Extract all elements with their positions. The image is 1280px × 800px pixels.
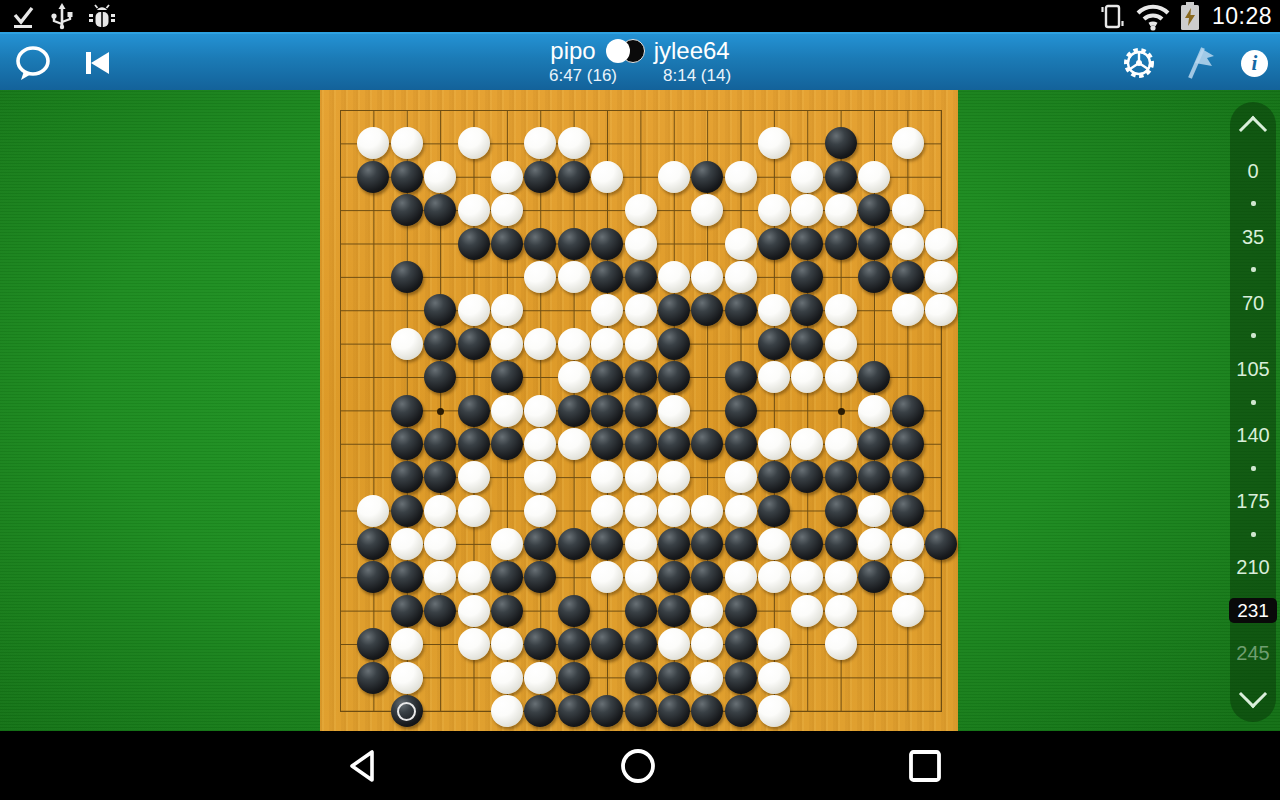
- download-done-icon: [10, 3, 37, 30]
- chevron-down-icon[interactable]: [1239, 680, 1267, 708]
- slider-move-label[interactable]: 105: [1236, 359, 1269, 379]
- black-stone: [625, 662, 657, 694]
- star-point: [838, 408, 845, 415]
- white-stone: [591, 461, 623, 493]
- white-stone: [825, 628, 857, 660]
- black-stone: [391, 461, 423, 493]
- white-stone: [558, 361, 590, 393]
- white-stone: [625, 561, 657, 593]
- white-stone: [725, 561, 757, 593]
- black-stone: [524, 528, 556, 560]
- white-stone: [524, 461, 556, 493]
- white-stone: [825, 561, 857, 593]
- black-stone: [391, 261, 423, 293]
- white-stone: [725, 461, 757, 493]
- last-move-marker: [397, 702, 416, 721]
- white-stone: [524, 428, 556, 460]
- usb-icon: [51, 3, 73, 30]
- black-stone: [725, 395, 757, 427]
- black-stone: [591, 628, 623, 660]
- white-stone: [625, 328, 657, 360]
- white-stone: [391, 662, 423, 694]
- black-stone: [791, 294, 823, 326]
- move-slider[interactable]: 0 35 70 105 140 175 210 231 245: [1230, 102, 1276, 722]
- white-stone: [758, 361, 790, 393]
- slider-move-label[interactable]: 35: [1242, 227, 1264, 247]
- white-stone: [858, 395, 890, 427]
- black-stone: [925, 528, 957, 560]
- white-stone: [391, 127, 423, 159]
- white-stone: [892, 294, 924, 326]
- black-stone: [558, 161, 590, 193]
- status-left-icons: [10, 3, 117, 30]
- black-stone: [424, 328, 456, 360]
- black-stone: [524, 161, 556, 193]
- black-stone: [625, 428, 657, 460]
- white-stone: [458, 628, 490, 660]
- black-stone: [725, 628, 757, 660]
- white-stone: [691, 662, 723, 694]
- black-stone: [524, 228, 556, 260]
- white-stone: [658, 495, 690, 527]
- black-stone: [558, 228, 590, 260]
- black-stone: [625, 261, 657, 293]
- black-stone: [591, 261, 623, 293]
- slider-tick: [1251, 267, 1256, 272]
- black-stone: [391, 395, 423, 427]
- black-stone: [791, 261, 823, 293]
- white-stone: [658, 628, 690, 660]
- wifi-icon: [1136, 3, 1170, 31]
- black-stone: [625, 628, 657, 660]
- white-stone: [691, 261, 723, 293]
- white-stone: [691, 194, 723, 226]
- black-white-stone-pair-icon: [606, 38, 644, 64]
- device-vibrate-icon: [1098, 3, 1126, 31]
- white-stone: [424, 561, 456, 593]
- white-stone: [925, 261, 957, 293]
- black-stone: [658, 662, 690, 694]
- white-stone: [758, 194, 790, 226]
- black-stone: [591, 228, 623, 260]
- black-stone: [625, 595, 657, 627]
- black-stone: [424, 595, 456, 627]
- black-stone: [858, 194, 890, 226]
- white-stone: [691, 628, 723, 660]
- black-stone: [658, 528, 690, 560]
- white-stone: [591, 294, 623, 326]
- home-icon[interactable]: [618, 746, 658, 786]
- black-stone: [725, 662, 757, 694]
- black-stone: [791, 228, 823, 260]
- black-stone: [658, 695, 690, 727]
- black-stone: [625, 395, 657, 427]
- black-stone: [625, 695, 657, 727]
- black-stone: [558, 628, 590, 660]
- white-stone: [524, 495, 556, 527]
- go-board[interactable]: [320, 90, 958, 731]
- skip-to-start-icon[interactable]: [80, 46, 114, 80]
- white-stone: [491, 294, 523, 326]
- black-stone: [658, 294, 690, 326]
- white-stone: [491, 194, 523, 226]
- board-grid: [340, 110, 942, 712]
- black-stone: [424, 428, 456, 460]
- chevron-up-icon[interactable]: [1239, 116, 1267, 144]
- white-stone: [658, 161, 690, 193]
- black-stone: [858, 561, 890, 593]
- black-stone: [491, 595, 523, 627]
- clock-time: 10:28: [1210, 3, 1272, 30]
- black-stone: [458, 395, 490, 427]
- white-player-name: jylee64: [654, 37, 730, 65]
- white-stone: [458, 561, 490, 593]
- white-stone: [625, 461, 657, 493]
- white-stone: [357, 127, 389, 159]
- black-stone: [725, 428, 757, 460]
- black-stone: [658, 361, 690, 393]
- white-stone: [858, 495, 890, 527]
- black-stone: [791, 328, 823, 360]
- current-move-badge[interactable]: 231: [1229, 598, 1277, 623]
- black-stone: [892, 495, 924, 527]
- slider-move-label[interactable]: 175: [1236, 491, 1269, 511]
- status-right-icons: 10:28: [1098, 2, 1272, 31]
- black-stone: [524, 561, 556, 593]
- black-player-name: pipo: [550, 37, 595, 65]
- black-stone: [825, 528, 857, 560]
- navigation-bar: [0, 731, 1280, 800]
- white-stone: [524, 328, 556, 360]
- black-stone: [391, 428, 423, 460]
- white-stone: [825, 595, 857, 627]
- white-stone: [458, 194, 490, 226]
- white-stone: [758, 528, 790, 560]
- white-stone: [892, 595, 924, 627]
- black-stone: [825, 127, 857, 159]
- black-stone: [691, 161, 723, 193]
- black-stone: [357, 161, 389, 193]
- white-stone: [491, 161, 523, 193]
- status-bar: 10:28: [0, 0, 1280, 32]
- white-stone: [791, 161, 823, 193]
- black-stone: [758, 495, 790, 527]
- white-stone: [458, 461, 490, 493]
- white-stone: [424, 495, 456, 527]
- black-stone: [825, 461, 857, 493]
- black-stone: [858, 428, 890, 460]
- chat-bubble-icon[interactable]: [12, 42, 54, 84]
- slider-move-label[interactable]: 70: [1242, 293, 1264, 313]
- black-stone: [424, 294, 456, 326]
- white-stone: [758, 695, 790, 727]
- white-stone: [491, 695, 523, 727]
- black-stone: [858, 261, 890, 293]
- black-stone: [524, 695, 556, 727]
- black-stone: [892, 428, 924, 460]
- black-stone: [691, 561, 723, 593]
- black-stone: [725, 595, 757, 627]
- black-stone: [391, 495, 423, 527]
- black-stone: [524, 628, 556, 660]
- game-title: pipo jylee64 6:47 (16) 8:14 (14): [0, 34, 1280, 90]
- white-player-clock: 8:14 (14): [663, 66, 731, 86]
- black-stone: [357, 528, 389, 560]
- debug-bug-icon: [87, 3, 117, 30]
- black-stone: [791, 461, 823, 493]
- black-stone: [424, 461, 456, 493]
- black-stone: [357, 628, 389, 660]
- white-stone: [791, 561, 823, 593]
- white-stone: [625, 528, 657, 560]
- white-stone: [858, 528, 890, 560]
- slider-tick: [1251, 400, 1256, 405]
- white-stone: [524, 662, 556, 694]
- white-stone: [491, 528, 523, 560]
- black-player-clock: 6:47 (16): [549, 66, 617, 86]
- white-stone: [524, 395, 556, 427]
- white-stone: [858, 161, 890, 193]
- settings-gear-icon[interactable]: [1121, 45, 1157, 81]
- black-stone: [658, 328, 690, 360]
- white-stone: [658, 461, 690, 493]
- black-stone: [658, 428, 690, 460]
- black-stone: [458, 428, 490, 460]
- white-stone: [591, 561, 623, 593]
- black-stone: [558, 528, 590, 560]
- white-stone: [625, 495, 657, 527]
- black-stone: [424, 194, 456, 226]
- white-stone: [491, 662, 523, 694]
- black-stone: [691, 428, 723, 460]
- white-stone: [391, 328, 423, 360]
- white-stone: [458, 495, 490, 527]
- black-stone: [658, 595, 690, 627]
- white-stone: [391, 528, 423, 560]
- white-stone: [925, 294, 957, 326]
- black-stone: [458, 328, 490, 360]
- black-stone: [825, 228, 857, 260]
- white-stone: [591, 161, 623, 193]
- white-stone: [758, 662, 790, 694]
- white-stone: [725, 495, 757, 527]
- black-stone: [391, 561, 423, 593]
- black-stone: [892, 461, 924, 493]
- white-stone: [591, 495, 623, 527]
- black-stone: [591, 395, 623, 427]
- slider-move-label[interactable]: 210: [1236, 557, 1269, 577]
- black-stone: [758, 328, 790, 360]
- white-stone: [825, 328, 857, 360]
- white-stone: [925, 228, 957, 260]
- black-stone: [491, 361, 523, 393]
- slider-move-label[interactable]: 0: [1247, 161, 1258, 181]
- white-stone: [391, 628, 423, 660]
- white-stone: [892, 127, 924, 159]
- black-stone: [491, 228, 523, 260]
- white-stone: [758, 628, 790, 660]
- star-point: [437, 408, 444, 415]
- white-stone: [658, 395, 690, 427]
- white-stone: [458, 595, 490, 627]
- black-stone: [391, 194, 423, 226]
- black-stone: [625, 361, 657, 393]
- slider-tick: [1251, 532, 1256, 537]
- white-stone: [791, 428, 823, 460]
- info-icon[interactable]: i: [1241, 50, 1268, 77]
- white-stone: [625, 294, 657, 326]
- white-stone: [725, 228, 757, 260]
- slider-tick: [1251, 466, 1256, 471]
- white-stone: [658, 261, 690, 293]
- black-stone: [357, 662, 389, 694]
- black-stone: [725, 528, 757, 560]
- black-stone: [825, 495, 857, 527]
- white-stone: [758, 127, 790, 159]
- white-stone: [458, 294, 490, 326]
- white-stone: [625, 194, 657, 226]
- white-stone: [892, 228, 924, 260]
- black-stone: [858, 228, 890, 260]
- black-stone: [691, 528, 723, 560]
- black-stone: [391, 161, 423, 193]
- black-stone: [357, 561, 389, 593]
- black-stone: [725, 695, 757, 727]
- black-stone: [558, 662, 590, 694]
- black-stone: [391, 595, 423, 627]
- white-stone: [524, 127, 556, 159]
- black-stone: [892, 261, 924, 293]
- android-screen: { "game": "go", "status_bar": { "time": …: [0, 0, 1280, 800]
- app-bar: pipo jylee64 6:47 (16) 8:14 (14): [0, 32, 1280, 90]
- black-stone: [691, 294, 723, 326]
- white-stone: [591, 328, 623, 360]
- white-stone: [758, 294, 790, 326]
- black-stone: [825, 161, 857, 193]
- white-stone: [725, 261, 757, 293]
- black-stone: [591, 428, 623, 460]
- black-stone: [691, 695, 723, 727]
- white-stone: [791, 595, 823, 627]
- black-stone: [858, 461, 890, 493]
- black-stone: [892, 395, 924, 427]
- white-stone: [625, 228, 657, 260]
- white-stone: [758, 428, 790, 460]
- white-stone: [424, 161, 456, 193]
- black-stone: [791, 528, 823, 560]
- black-stone: [491, 561, 523, 593]
- white-stone: [791, 361, 823, 393]
- white-stone: [491, 628, 523, 660]
- white-stone: [524, 261, 556, 293]
- black-stone: [658, 561, 690, 593]
- recents-icon[interactable]: [905, 746, 945, 786]
- white-stone: [791, 194, 823, 226]
- black-stone: [424, 361, 456, 393]
- black-stone: [491, 428, 523, 460]
- black-stone: [558, 395, 590, 427]
- white-stone: [892, 194, 924, 226]
- white-stone: [558, 127, 590, 159]
- slider-tick: [1251, 333, 1256, 338]
- black-stone: [858, 361, 890, 393]
- white-stone: [357, 495, 389, 527]
- white-stone: [892, 561, 924, 593]
- white-stone: [758, 561, 790, 593]
- slider-tick: [1251, 201, 1256, 206]
- white-stone: [825, 194, 857, 226]
- black-stone: [591, 695, 623, 727]
- black-stone: [725, 294, 757, 326]
- white-stone: [424, 528, 456, 560]
- next-move-label[interactable]: 245: [1236, 643, 1269, 663]
- resign-flag-icon[interactable]: [1181, 44, 1217, 82]
- black-stone: [591, 528, 623, 560]
- battery-charging-icon: [1180, 2, 1200, 31]
- white-stone: [558, 428, 590, 460]
- black-stone: [758, 461, 790, 493]
- black-stone: [591, 361, 623, 393]
- game-area: 0 35 70 105 140 175 210 231 245: [0, 90, 1280, 731]
- white-stone: [691, 495, 723, 527]
- black-stone: [458, 228, 490, 260]
- white-stone: [491, 395, 523, 427]
- black-stone: [558, 695, 590, 727]
- black-stone: [758, 228, 790, 260]
- black-stone: [558, 595, 590, 627]
- white-stone: [558, 261, 590, 293]
- white-stone: [725, 161, 757, 193]
- white-stone: [892, 528, 924, 560]
- white-stone: [825, 428, 857, 460]
- black-stone: [725, 361, 757, 393]
- slider-move-label[interactable]: 140: [1236, 425, 1269, 445]
- white-stone: [691, 595, 723, 627]
- white-stone: [558, 328, 590, 360]
- white-stone: [458, 127, 490, 159]
- white-stone: [491, 328, 523, 360]
- white-stone: [825, 294, 857, 326]
- white-stone: [825, 361, 857, 393]
- back-icon[interactable]: [342, 746, 382, 786]
